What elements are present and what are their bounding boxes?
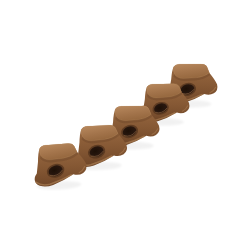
rubber-blocks-photo bbox=[0, 0, 250, 250]
product-photo bbox=[0, 0, 250, 250]
